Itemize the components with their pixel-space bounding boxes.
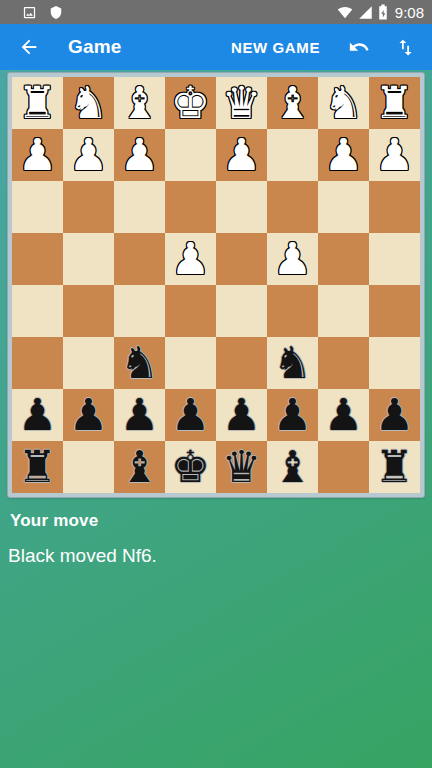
square-f1[interactable]: ♝	[114, 77, 165, 129]
white-knight-icon: ♞	[69, 77, 108, 129]
square-f5[interactable]	[114, 285, 165, 337]
square-e8[interactable]: ♚	[165, 441, 216, 493]
black-pawn-icon: ♟	[69, 389, 108, 441]
square-d1[interactable]: ♛	[216, 77, 267, 129]
square-c8[interactable]: ♝	[267, 441, 318, 493]
black-pawn-icon: ♟	[222, 389, 261, 441]
square-b3[interactable]	[318, 181, 369, 233]
battery-charging-icon	[378, 4, 388, 20]
square-b4[interactable]	[318, 233, 369, 285]
square-a4[interactable]	[369, 233, 420, 285]
square-a3[interactable]	[369, 181, 420, 233]
swap-vertical-icon[interactable]	[392, 34, 418, 60]
status-bar-left	[22, 5, 63, 20]
square-b8[interactable]	[318, 441, 369, 493]
black-pawn-icon: ♟	[171, 389, 210, 441]
image-notification-icon	[22, 5, 37, 20]
square-b5[interactable]	[318, 285, 369, 337]
square-g1[interactable]: ♞	[63, 77, 114, 129]
square-d7[interactable]: ♟	[216, 389, 267, 441]
black-knight-icon: ♞	[120, 337, 159, 389]
white-king-icon: ♚	[171, 77, 210, 129]
square-g6[interactable]	[63, 337, 114, 389]
page-title: Game	[68, 36, 122, 58]
square-d3[interactable]	[216, 181, 267, 233]
white-pawn-icon: ♟	[18, 129, 57, 181]
white-pawn-icon: ♟	[222, 129, 261, 181]
move-message: Black moved Nf6.	[8, 545, 157, 567]
square-g2[interactable]: ♟	[63, 129, 114, 181]
back-arrow-icon[interactable]	[16, 34, 42, 60]
app-bar: Game NEW GAME	[0, 24, 432, 70]
square-f7[interactable]: ♟	[114, 389, 165, 441]
cell-signal-icon	[358, 5, 373, 20]
square-d6[interactable]	[216, 337, 267, 389]
square-d2[interactable]: ♟	[216, 129, 267, 181]
black-king-icon: ♚	[171, 441, 210, 493]
square-g8[interactable]	[63, 441, 114, 493]
white-pawn-icon: ♟	[375, 129, 414, 181]
white-pawn-icon: ♟	[324, 129, 363, 181]
square-a1[interactable]: ♜	[369, 77, 420, 129]
black-rook-icon: ♜	[375, 441, 414, 493]
square-c3[interactable]	[267, 181, 318, 233]
square-f3[interactable]	[114, 181, 165, 233]
square-a7[interactable]: ♟	[369, 389, 420, 441]
square-b6[interactable]	[318, 337, 369, 389]
move-heading: Your move	[10, 511, 98, 531]
white-pawn-icon: ♟	[69, 129, 108, 181]
black-knight-icon: ♞	[273, 337, 312, 389]
square-c6[interactable]: ♞	[267, 337, 318, 389]
square-b2[interactable]: ♟	[318, 129, 369, 181]
square-e6[interactable]	[165, 337, 216, 389]
square-h6[interactable]	[12, 337, 63, 389]
square-h5[interactable]	[12, 285, 63, 337]
square-c2[interactable]	[267, 129, 318, 181]
white-bishop-icon: ♝	[273, 77, 312, 129]
black-pawn-icon: ♟	[18, 389, 57, 441]
black-pawn-icon: ♟	[273, 389, 312, 441]
white-pawn-icon: ♟	[171, 233, 210, 285]
square-a6[interactable]	[369, 337, 420, 389]
square-e4[interactable]: ♟	[165, 233, 216, 285]
square-d4[interactable]	[216, 233, 267, 285]
square-e7[interactable]: ♟	[165, 389, 216, 441]
board-squares: ♜♞♝♚♛♝♞♜♟♟♟♟♟♟♟♟♞♞♟♟♟♟♟♟♟♟♜♝♚♛♝♜	[12, 77, 420, 493]
undo-icon[interactable]	[346, 34, 372, 60]
square-g4[interactable]	[63, 233, 114, 285]
square-e2[interactable]	[165, 129, 216, 181]
square-f2[interactable]: ♟	[114, 129, 165, 181]
square-h7[interactable]: ♟	[12, 389, 63, 441]
status-bar: 9:08	[0, 0, 432, 24]
square-f6[interactable]: ♞	[114, 337, 165, 389]
white-pawn-icon: ♟	[120, 129, 159, 181]
shield-icon	[49, 5, 63, 20]
white-pawn-icon: ♟	[273, 233, 312, 285]
square-e5[interactable]	[165, 285, 216, 337]
square-h4[interactable]	[12, 233, 63, 285]
chess-board: ♜♞♝♚♛♝♞♜♟♟♟♟♟♟♟♟♞♞♟♟♟♟♟♟♟♟♜♝♚♛♝♜	[8, 73, 424, 497]
appbar-actions: NEW GAME	[225, 31, 418, 64]
square-c7[interactable]: ♟	[267, 389, 318, 441]
white-queen-icon: ♛	[222, 77, 261, 129]
square-d5[interactable]	[216, 285, 267, 337]
black-bishop-icon: ♝	[120, 441, 159, 493]
status-bar-right: 9:08	[337, 4, 424, 21]
square-e1[interactable]: ♚	[165, 77, 216, 129]
square-c1[interactable]: ♝	[267, 77, 318, 129]
square-b1[interactable]: ♞	[318, 77, 369, 129]
square-h3[interactable]	[12, 181, 63, 233]
square-h8[interactable]: ♜	[12, 441, 63, 493]
black-queen-icon: ♛	[222, 441, 261, 493]
square-g3[interactable]	[63, 181, 114, 233]
square-d8[interactable]: ♛	[216, 441, 267, 493]
square-h1[interactable]: ♜	[12, 77, 63, 129]
square-a8[interactable]: ♜	[369, 441, 420, 493]
black-rook-icon: ♜	[18, 441, 57, 493]
square-a2[interactable]: ♟	[369, 129, 420, 181]
square-f4[interactable]	[114, 233, 165, 285]
black-bishop-icon: ♝	[273, 441, 312, 493]
square-c4[interactable]: ♟	[267, 233, 318, 285]
new-game-button[interactable]: NEW GAME	[225, 31, 326, 64]
square-h2[interactable]: ♟	[12, 129, 63, 181]
white-bishop-icon: ♝	[120, 77, 159, 129]
black-pawn-icon: ♟	[324, 389, 363, 441]
white-rook-icon: ♜	[375, 77, 414, 129]
clock-time: 9:08	[395, 4, 424, 21]
square-a5[interactable]	[369, 285, 420, 337]
square-f8[interactable]: ♝	[114, 441, 165, 493]
square-e3[interactable]	[165, 181, 216, 233]
black-pawn-icon: ♟	[375, 389, 414, 441]
square-g5[interactable]	[63, 285, 114, 337]
black-pawn-icon: ♟	[120, 389, 159, 441]
white-rook-icon: ♜	[18, 77, 57, 129]
square-g7[interactable]: ♟	[63, 389, 114, 441]
wifi-icon	[337, 5, 353, 20]
square-b7[interactable]: ♟	[318, 389, 369, 441]
white-knight-icon: ♞	[324, 77, 363, 129]
app-screen: 9:08 Game NEW GAME ♜♞♝♚♛♝♞♜♟♟♟♟♟♟♟♟♞♞♟♟♟…	[0, 0, 432, 768]
square-c5[interactable]	[267, 285, 318, 337]
